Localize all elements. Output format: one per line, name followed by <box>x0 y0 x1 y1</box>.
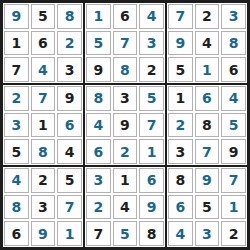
box-2-2: 835497621 <box>84 84 166 166</box>
cell-r9c3[interactable]: 1 <box>57 221 82 246</box>
cell-r3c4[interactable]: 9 <box>86 57 111 82</box>
cell-r4c1[interactable]: 2 <box>4 86 29 111</box>
cell-r2c5[interactable]: 7 <box>113 31 138 56</box>
cell-r3c8[interactable]: 1 <box>195 57 220 82</box>
cell-r6c7[interactable]: 3 <box>168 139 193 164</box>
cell-r5c5[interactable]: 9 <box>113 113 138 138</box>
cell-r1c1[interactable]: 9 <box>4 4 29 29</box>
cell-r5c1[interactable]: 3 <box>4 113 29 138</box>
cell-r8c8[interactable]: 5 <box>195 195 220 220</box>
cell-r2c4[interactable]: 5 <box>86 31 111 56</box>
sudoku-board: 9581627431645739827239485162793165848354… <box>0 0 250 250</box>
cell-r6c2[interactable]: 8 <box>31 139 56 164</box>
cell-r2c6[interactable]: 3 <box>139 31 164 56</box>
cell-r7c8[interactable]: 9 <box>195 168 220 193</box>
cell-r4c4[interactable]: 8 <box>86 86 111 111</box>
cell-r4c9[interactable]: 4 <box>221 86 246 111</box>
cell-r2c2[interactable]: 6 <box>31 31 56 56</box>
cell-r8c7[interactable]: 6 <box>168 195 193 220</box>
cell-r2c9[interactable]: 8 <box>221 31 246 56</box>
cell-r9c2[interactable]: 9 <box>31 221 56 246</box>
cell-r2c3[interactable]: 2 <box>57 31 82 56</box>
cell-r9c6[interactable]: 8 <box>139 221 164 246</box>
cell-r5c9[interactable]: 5 <box>221 113 246 138</box>
cell-r6c5[interactable]: 2 <box>113 139 138 164</box>
box-1-1: 958162743 <box>2 2 84 84</box>
cell-r7c4[interactable]: 3 <box>86 168 111 193</box>
cell-r4c7[interactable]: 1 <box>168 86 193 111</box>
cell-r2c7[interactable]: 9 <box>168 31 193 56</box>
box-3-1: 425837691 <box>2 166 84 248</box>
cell-r2c8[interactable]: 4 <box>195 31 220 56</box>
cell-r6c9[interactable]: 9 <box>221 139 246 164</box>
cell-r6c8[interactable]: 7 <box>195 139 220 164</box>
cell-r1c4[interactable]: 1 <box>86 4 111 29</box>
cell-r8c3[interactable]: 7 <box>57 195 82 220</box>
cell-r8c6[interactable]: 9 <box>139 195 164 220</box>
box-1-2: 164573982 <box>84 2 166 84</box>
cell-r1c9[interactable]: 3 <box>221 4 246 29</box>
box-3-2: 316249758 <box>84 166 166 248</box>
box-1-3: 723948516 <box>166 2 248 84</box>
cell-r2c1[interactable]: 1 <box>4 31 29 56</box>
cell-r7c6[interactable]: 6 <box>139 168 164 193</box>
cell-r1c2[interactable]: 5 <box>31 4 56 29</box>
cell-r7c9[interactable]: 7 <box>221 168 246 193</box>
cell-r5c2[interactable]: 1 <box>31 113 56 138</box>
cell-r7c1[interactable]: 4 <box>4 168 29 193</box>
cell-r8c9[interactable]: 1 <box>221 195 246 220</box>
cell-r5c8[interactable]: 8 <box>195 113 220 138</box>
cell-r6c1[interactable]: 5 <box>4 139 29 164</box>
cell-r4c2[interactable]: 7 <box>31 86 56 111</box>
cell-r9c9[interactable]: 2 <box>221 221 246 246</box>
cell-r1c7[interactable]: 7 <box>168 4 193 29</box>
cell-r4c8[interactable]: 6 <box>195 86 220 111</box>
cell-r3c9[interactable]: 6 <box>221 57 246 82</box>
cell-r5c6[interactable]: 7 <box>139 113 164 138</box>
cell-r7c7[interactable]: 8 <box>168 168 193 193</box>
cell-r8c4[interactable]: 2 <box>86 195 111 220</box>
cell-r9c7[interactable]: 4 <box>168 221 193 246</box>
cell-r7c2[interactable]: 2 <box>31 168 56 193</box>
cell-r1c3[interactable]: 8 <box>57 4 82 29</box>
cell-r3c6[interactable]: 2 <box>139 57 164 82</box>
cell-r5c3[interactable]: 6 <box>57 113 82 138</box>
cell-r5c4[interactable]: 4 <box>86 113 111 138</box>
cell-r3c2[interactable]: 4 <box>31 57 56 82</box>
box-3-3: 897651432 <box>166 166 248 248</box>
cell-r7c5[interactable]: 1 <box>113 168 138 193</box>
cell-r3c1[interactable]: 7 <box>4 57 29 82</box>
cell-r9c5[interactable]: 5 <box>113 221 138 246</box>
cell-r4c3[interactable]: 9 <box>57 86 82 111</box>
cell-r6c3[interactable]: 4 <box>57 139 82 164</box>
cell-r3c3[interactable]: 3 <box>57 57 82 82</box>
box-2-1: 279316584 <box>2 84 84 166</box>
cell-r8c1[interactable]: 8 <box>4 195 29 220</box>
cell-r1c8[interactable]: 2 <box>195 4 220 29</box>
cell-r8c5[interactable]: 4 <box>113 195 138 220</box>
cell-r4c6[interactable]: 5 <box>139 86 164 111</box>
cell-r3c5[interactable]: 8 <box>113 57 138 82</box>
cell-r9c8[interactable]: 3 <box>195 221 220 246</box>
cell-r8c2[interactable]: 3 <box>31 195 56 220</box>
cell-r6c6[interactable]: 1 <box>139 139 164 164</box>
cell-r1c6[interactable]: 4 <box>139 4 164 29</box>
cell-r5c7[interactable]: 2 <box>168 113 193 138</box>
cell-r9c4[interactable]: 7 <box>86 221 111 246</box>
cell-r9c1[interactable]: 6 <box>4 221 29 246</box>
cell-r1c5[interactable]: 6 <box>113 4 138 29</box>
cell-r6c4[interactable]: 6 <box>86 139 111 164</box>
cell-r4c5[interactable]: 3 <box>113 86 138 111</box>
cell-r3c7[interactable]: 5 <box>168 57 193 82</box>
box-2-3: 164285379 <box>166 84 248 166</box>
cell-r7c3[interactable]: 5 <box>57 168 82 193</box>
